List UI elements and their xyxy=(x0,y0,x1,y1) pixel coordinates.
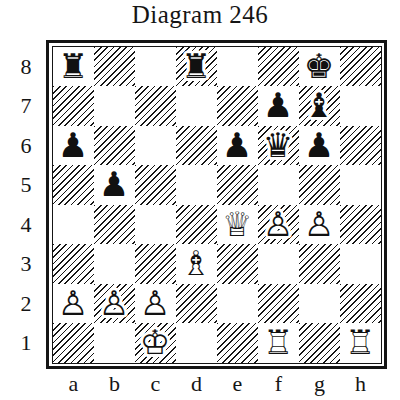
chess-board-grid: ♜♜♚♟♝♟♟♛♟♟♕♙♙♗♙♙♙♔♖♖ xyxy=(53,47,381,363)
black-pawn-b5: ♟ xyxy=(99,165,129,205)
square-f8 xyxy=(258,47,299,87)
square-a1 xyxy=(53,323,94,363)
square-c1: ♔ xyxy=(135,323,176,363)
square-e4: ♕ xyxy=(217,205,258,245)
white-pawn-c2: ♙ xyxy=(140,284,170,324)
black-pawn-g6: ♟ xyxy=(304,126,334,166)
square-c4 xyxy=(135,205,176,245)
square-d1 xyxy=(176,323,217,363)
rank-label-4: 4 xyxy=(12,205,40,245)
chess-board: ♜♜♚♟♝♟♟♛♟♟♕♙♙♗♙♙♙♔♖♖ xyxy=(46,40,387,369)
square-a6: ♟ xyxy=(53,126,94,166)
square-a7 xyxy=(53,86,94,126)
file-label-e: e xyxy=(217,371,258,397)
square-c8 xyxy=(135,47,176,87)
square-h4 xyxy=(340,205,381,245)
square-f1: ♖ xyxy=(258,323,299,363)
square-g5 xyxy=(299,165,340,205)
square-e5 xyxy=(217,165,258,205)
square-f5 xyxy=(258,165,299,205)
square-e6: ♟ xyxy=(217,126,258,166)
square-g6: ♟ xyxy=(299,126,340,166)
square-h2 xyxy=(340,284,381,324)
file-label-b: b xyxy=(94,371,135,397)
square-g3 xyxy=(299,244,340,284)
square-b5: ♟ xyxy=(94,165,135,205)
square-d4 xyxy=(176,205,217,245)
file-label-f: f xyxy=(258,371,299,397)
white-bishop-d3: ♗ xyxy=(181,244,211,284)
white-rook-h1: ♖ xyxy=(345,323,375,363)
square-b6 xyxy=(94,126,135,166)
file-label-c: c xyxy=(135,371,176,397)
black-pawn-a6: ♟ xyxy=(58,126,88,166)
black-rook-d8: ♜ xyxy=(181,47,211,87)
rank-label-2: 2 xyxy=(12,284,40,324)
square-f3 xyxy=(258,244,299,284)
square-g1 xyxy=(299,323,340,363)
square-c7 xyxy=(135,86,176,126)
square-h3 xyxy=(340,244,381,284)
rank-label-5: 5 xyxy=(12,166,40,206)
square-e7 xyxy=(217,86,258,126)
square-f6: ♛ xyxy=(258,126,299,166)
square-b7 xyxy=(94,86,135,126)
square-g7: ♝ xyxy=(299,86,340,126)
square-d2 xyxy=(176,284,217,324)
square-f7: ♟ xyxy=(258,86,299,126)
rank-label-6: 6 xyxy=(12,126,40,166)
square-b3 xyxy=(94,244,135,284)
white-queen-e4: ♕ xyxy=(222,205,252,245)
rank-label-7: 7 xyxy=(12,87,40,127)
file-label-g: g xyxy=(299,371,340,397)
square-b4 xyxy=(94,205,135,245)
file-label-a: a xyxy=(53,371,94,397)
white-king-c1: ♔ xyxy=(140,323,170,363)
square-e3 xyxy=(217,244,258,284)
file-labels: abcdefgh xyxy=(53,371,381,397)
square-g2 xyxy=(299,284,340,324)
square-h1: ♖ xyxy=(340,323,381,363)
rank-label-3: 3 xyxy=(12,245,40,285)
square-a5 xyxy=(53,165,94,205)
square-e8 xyxy=(217,47,258,87)
square-e1 xyxy=(217,323,258,363)
black-queen-f6: ♛ xyxy=(263,126,293,166)
black-pawn-e6: ♟ xyxy=(222,126,252,166)
square-h7 xyxy=(340,86,381,126)
square-a4 xyxy=(53,205,94,245)
square-c5 xyxy=(135,165,176,205)
square-g8: ♚ xyxy=(299,47,340,87)
square-c3 xyxy=(135,244,176,284)
white-pawn-g4: ♙ xyxy=(304,205,334,245)
square-e2 xyxy=(217,284,258,324)
square-d6 xyxy=(176,126,217,166)
square-d8: ♜ xyxy=(176,47,217,87)
square-f2 xyxy=(258,284,299,324)
square-h6 xyxy=(340,126,381,166)
white-rook-f1: ♖ xyxy=(263,323,293,363)
square-b8 xyxy=(94,47,135,87)
rank-labels: 87654321 xyxy=(12,47,40,363)
square-a2: ♙ xyxy=(53,284,94,324)
rank-label-1: 1 xyxy=(12,324,40,364)
square-b1 xyxy=(94,323,135,363)
square-f4: ♙ xyxy=(258,205,299,245)
black-king-g8: ♚ xyxy=(304,47,334,87)
diagram-title: Diagram 246 xyxy=(0,1,400,29)
square-d7 xyxy=(176,86,217,126)
square-a3 xyxy=(53,244,94,284)
square-c6 xyxy=(135,126,176,166)
white-pawn-b2: ♙ xyxy=(99,284,129,324)
square-h8 xyxy=(340,47,381,87)
square-d3: ♗ xyxy=(176,244,217,284)
square-b2: ♙ xyxy=(94,284,135,324)
file-label-d: d xyxy=(176,371,217,397)
rank-label-8: 8 xyxy=(12,47,40,87)
square-a8: ♜ xyxy=(53,47,94,87)
file-label-h: h xyxy=(340,371,381,397)
white-pawn-a2: ♙ xyxy=(58,284,88,324)
square-g4: ♙ xyxy=(299,205,340,245)
chess-board-inner: ♜♜♚♟♝♟♟♛♟♟♕♙♙♗♙♙♙♔♖♖ xyxy=(52,46,382,364)
square-d5 xyxy=(176,165,217,205)
square-h5 xyxy=(340,165,381,205)
black-bishop-g7: ♝ xyxy=(304,86,334,126)
white-pawn-f4: ♙ xyxy=(263,205,293,245)
square-c2: ♙ xyxy=(135,284,176,324)
black-pawn-f7: ♟ xyxy=(263,86,293,126)
black-rook-a8: ♜ xyxy=(58,47,88,87)
